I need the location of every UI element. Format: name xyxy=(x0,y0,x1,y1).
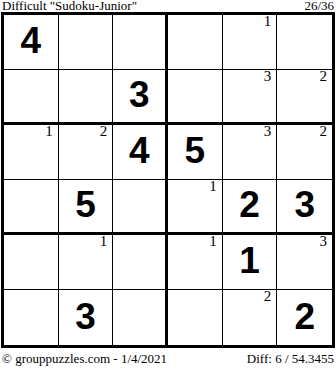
cell-r2c5[interactable]: 3 xyxy=(223,70,278,125)
given-digit: 5 xyxy=(168,125,222,179)
corner-mark: 2 xyxy=(100,123,108,140)
cell-r1c4[interactable] xyxy=(168,15,223,70)
corner-mark: 3 xyxy=(264,68,272,85)
page-title: Difficult "Sudoku-Junior" xyxy=(2,0,137,12)
cell-r2c4[interactable] xyxy=(168,70,223,125)
cell-r5c2[interactable]: 1 xyxy=(59,235,114,290)
corner-mark: 1 xyxy=(209,233,217,250)
cell-r2c1[interactable] xyxy=(4,70,59,125)
corner-mark: 1 xyxy=(100,233,108,250)
puzzle-page: Difficult "Sudoku-Junior" 26/36 41332124… xyxy=(0,0,336,370)
cell-r3c5[interactable]: 3 xyxy=(223,125,278,180)
given-digit: 4 xyxy=(113,125,165,179)
given-digit: 4 xyxy=(4,15,58,69)
cell-r5c3[interactable] xyxy=(113,235,168,290)
given-digit: 5 xyxy=(59,180,113,232)
cell-r3c1[interactable]: 1 xyxy=(4,125,59,180)
cell-r1c2[interactable] xyxy=(59,15,114,70)
cell-r1c3[interactable] xyxy=(113,15,168,70)
cell-r6c2[interactable]: 3 xyxy=(59,290,114,345)
cell-r5c5[interactable]: 1 xyxy=(223,235,278,290)
cell-r4c6[interactable]: 3 xyxy=(277,180,332,235)
cell-r1c6[interactable] xyxy=(277,15,332,70)
cell-r4c1[interactable] xyxy=(4,180,59,235)
given-digit: 2 xyxy=(277,290,332,345)
given-digit: 2 xyxy=(223,180,277,232)
cell-r6c4[interactable] xyxy=(168,290,223,345)
sudoku-board: 4133212453251231113322 xyxy=(1,12,335,348)
cell-r3c3[interactable]: 4 xyxy=(113,125,168,180)
cell-r1c1[interactable]: 4 xyxy=(4,15,59,70)
corner-mark: 1 xyxy=(45,123,53,140)
cell-r3c2[interactable]: 2 xyxy=(59,125,114,180)
footer: © grouppuzzles.com - 1/4/2021 Diff: 6 / … xyxy=(2,352,334,366)
given-digit: 3 xyxy=(59,290,113,345)
given-digit: 3 xyxy=(113,70,165,122)
cell-r4c4[interactable]: 1 xyxy=(168,180,223,235)
given-digit: 3 xyxy=(277,180,332,232)
cell-r4c2[interactable]: 5 xyxy=(59,180,114,235)
cell-r5c4[interactable]: 1 xyxy=(168,235,223,290)
cell-r6c5[interactable]: 2 xyxy=(223,290,278,345)
cell-r4c5[interactable]: 2 xyxy=(223,180,278,235)
corner-mark: 3 xyxy=(264,123,272,140)
difficulty-text: Diff: 6 / 54.3455 xyxy=(247,352,334,366)
cell-r2c3[interactable]: 3 xyxy=(113,70,168,125)
corner-mark: 2 xyxy=(320,123,328,140)
cell-r2c6[interactable]: 2 xyxy=(277,70,332,125)
corner-mark: 2 xyxy=(264,288,272,305)
cell-r5c6[interactable]: 3 xyxy=(277,235,332,290)
given-digit: 1 xyxy=(223,235,277,289)
corner-mark: 1 xyxy=(209,178,217,195)
corner-mark: 2 xyxy=(320,68,328,85)
cell-r6c1[interactable] xyxy=(4,290,59,345)
corner-mark: 3 xyxy=(320,233,328,250)
cell-r3c6[interactable]: 2 xyxy=(277,125,332,180)
cell-r2c2[interactable] xyxy=(59,70,114,125)
cell-r6c6[interactable]: 2 xyxy=(277,290,332,345)
cell-r1c5[interactable]: 1 xyxy=(223,15,278,70)
cell-r4c3[interactable] xyxy=(113,180,168,235)
cell-r6c3[interactable] xyxy=(113,290,168,345)
cell-counter: 26/36 xyxy=(304,0,334,12)
corner-mark: 1 xyxy=(264,13,272,30)
cell-r3c4[interactable]: 5 xyxy=(168,125,223,180)
copyright-text: © grouppuzzles.com - 1/4/2021 xyxy=(2,352,167,366)
cell-r5c1[interactable] xyxy=(4,235,59,290)
header: Difficult "Sudoku-Junior" 26/36 xyxy=(2,0,334,12)
